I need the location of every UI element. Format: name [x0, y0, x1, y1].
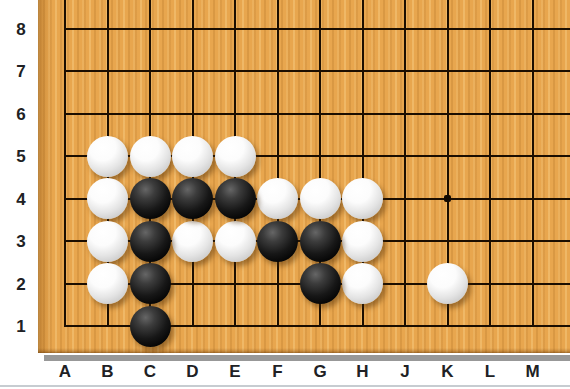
grid-line-vertical-F [277, 0, 279, 327]
stone-black-E4[interactable] [215, 178, 256, 219]
stone-black-C2[interactable] [130, 263, 171, 304]
stone-black-G2[interactable] [300, 263, 341, 304]
stone-black-C4[interactable] [130, 178, 171, 219]
stone-white-B4[interactable] [87, 178, 128, 219]
stone-white-C5[interactable] [130, 136, 171, 177]
row-label-4: 4 [16, 190, 25, 207]
bottom-divider-line [0, 385, 570, 387]
stone-black-F3[interactable] [257, 221, 298, 262]
column-label-C: C [144, 363, 156, 380]
stone-white-B3[interactable] [87, 221, 128, 262]
row-label-3: 3 [16, 233, 25, 250]
grid-line-vertical-A [64, 0, 66, 327]
row-label-8: 8 [16, 20, 25, 37]
grid-line-horizontal-6 [64, 113, 570, 115]
grid-line-vertical-M [532, 0, 534, 327]
stone-white-G4[interactable] [300, 178, 341, 219]
grid-line-vertical-L [489, 0, 491, 327]
stone-white-E3[interactable] [215, 221, 256, 262]
row-label-2: 2 [16, 275, 25, 292]
stone-white-D3[interactable] [172, 221, 213, 262]
star-point-K4 [444, 195, 451, 202]
stone-black-D4[interactable] [172, 178, 213, 219]
stone-black-G3[interactable] [300, 221, 341, 262]
column-label-G: G [313, 363, 326, 380]
column-label-H: H [356, 363, 368, 380]
row-label-1: 1 [16, 318, 25, 335]
stone-black-C1[interactable] [130, 306, 171, 347]
column-label-B: B [101, 363, 113, 380]
row-label-6: 6 [16, 105, 25, 122]
column-label-L: L [485, 363, 495, 380]
row-label-7: 7 [16, 63, 25, 80]
grid-line-vertical-J [404, 0, 406, 327]
column-label-D: D [186, 363, 198, 380]
grid-line-horizontal-7 [64, 70, 570, 72]
stone-white-K2[interactable] [427, 263, 468, 304]
column-label-M: M [525, 363, 539, 380]
column-label-K: K [441, 363, 453, 380]
row-label-5: 5 [16, 148, 25, 165]
stone-white-B5[interactable] [87, 136, 128, 177]
stone-white-F4[interactable] [257, 178, 298, 219]
go-board-screenshot: 87654321 ABCDEFGHJKLM [0, 0, 570, 389]
column-label-F: F [272, 363, 282, 380]
stone-white-D5[interactable] [172, 136, 213, 177]
stone-black-C3[interactable] [130, 221, 171, 262]
stone-white-E5[interactable] [215, 136, 256, 177]
board-drop-shadow [44, 355, 570, 361]
stone-white-B2[interactable] [87, 263, 128, 304]
grid-line-horizontal-8 [64, 28, 570, 30]
stone-white-H4[interactable] [342, 178, 383, 219]
stone-white-H2[interactable] [342, 263, 383, 304]
stone-white-H3[interactable] [342, 221, 383, 262]
column-label-J: J [400, 363, 409, 380]
column-label-A: A [59, 363, 71, 380]
column-label-E: E [229, 363, 240, 380]
